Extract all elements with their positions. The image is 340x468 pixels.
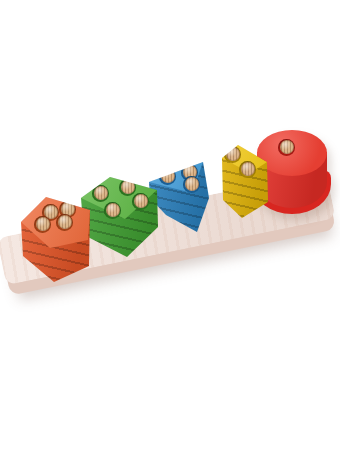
wooden-peg: [36, 217, 50, 231]
wooden-peg: [161, 169, 175, 183]
wooden-peg: [134, 194, 148, 208]
peg-hole: [132, 193, 149, 210]
wooden-peg: [280, 140, 294, 154]
peg-hole: [104, 202, 121, 219]
peg-hole: [224, 146, 241, 163]
peg-hole: [159, 168, 176, 185]
peg-hole: [278, 139, 295, 156]
wooden-peg: [58, 215, 72, 229]
peg-hole: [183, 176, 200, 193]
wooden-peg: [106, 203, 120, 217]
wooden-peg: [121, 180, 135, 194]
toy-photo-scene: [0, 0, 340, 468]
peg-hole: [119, 179, 136, 196]
peg-hole: [239, 161, 256, 178]
wooden-peg: [94, 186, 108, 200]
peg-hole: [34, 216, 51, 233]
wooden-peg: [241, 162, 255, 176]
wooden-peg: [185, 177, 199, 191]
peg-hole: [92, 185, 109, 202]
peg-hole: [56, 214, 73, 231]
wooden-peg: [226, 147, 240, 161]
